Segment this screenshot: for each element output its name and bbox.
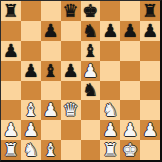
- square-a3[interactable]: [1, 100, 21, 120]
- square-h3[interactable]: [140, 100, 160, 120]
- square-b1[interactable]: ♞: [21, 140, 41, 160]
- square-e4[interactable]: ♞: [81, 81, 101, 101]
- white-knight[interactable]: ♞: [23, 141, 39, 159]
- white-pawn[interactable]: ♟: [142, 121, 158, 139]
- square-c6[interactable]: [41, 41, 61, 61]
- square-a8[interactable]: ♜: [1, 1, 21, 21]
- white-pawn[interactable]: ♟: [23, 121, 39, 139]
- white-pawn[interactable]: ♟: [122, 121, 138, 139]
- square-c1[interactable]: ♝: [41, 140, 61, 160]
- black-knight[interactable]: ♞: [82, 21, 98, 39]
- black-rook[interactable]: ♜: [3, 1, 19, 19]
- white-king[interactable]: ♚: [122, 141, 138, 159]
- square-g5[interactable]: [120, 61, 140, 81]
- square-d8[interactable]: ♛: [61, 1, 81, 21]
- square-g7[interactable]: ♟: [120, 21, 140, 41]
- white-knight[interactable]: ♞: [102, 101, 118, 119]
- square-h1[interactable]: [140, 140, 160, 160]
- white-pawn[interactable]: ♟: [43, 101, 59, 119]
- square-h5[interactable]: [140, 61, 160, 81]
- square-a2[interactable]: ♟: [1, 120, 21, 140]
- black-rook[interactable]: ♜: [142, 1, 158, 19]
- white-bishop[interactable]: ♝: [43, 141, 59, 159]
- square-d7[interactable]: [61, 21, 81, 41]
- black-bishop[interactable]: ♝: [43, 61, 59, 79]
- square-f5[interactable]: [100, 61, 120, 81]
- square-c7[interactable]: ♟: [41, 21, 61, 41]
- square-e8[interactable]: ♚: [81, 1, 101, 21]
- square-e6[interactable]: ♝: [81, 41, 101, 61]
- square-b3[interactable]: ♝: [21, 100, 41, 120]
- square-g3[interactable]: [120, 100, 140, 120]
- white-pawn[interactable]: ♟: [82, 61, 98, 79]
- chess-board: ♜♛♚♜♟♞♟♟♟♟♝♟♝♟♟♞♝♟♛♞♟♟♟♟♟♜♞♝♜♚: [0, 0, 162, 162]
- square-c3[interactable]: ♟: [41, 100, 61, 120]
- square-f2[interactable]: ♟: [100, 120, 120, 140]
- square-d5[interactable]: ♟: [61, 61, 81, 81]
- square-f4[interactable]: [100, 81, 120, 101]
- square-f3[interactable]: ♞: [100, 100, 120, 120]
- square-e1[interactable]: [81, 140, 101, 160]
- square-f1[interactable]: ♜: [100, 140, 120, 160]
- black-bishop[interactable]: ♝: [82, 41, 98, 59]
- white-queen[interactable]: ♛: [62, 101, 78, 119]
- square-f6[interactable]: [100, 41, 120, 61]
- square-a6[interactable]: ♟: [1, 41, 21, 61]
- square-h8[interactable]: ♜: [140, 1, 160, 21]
- square-a1[interactable]: ♜: [1, 140, 21, 160]
- black-pawn[interactable]: ♟: [43, 21, 59, 39]
- square-h4[interactable]: [140, 81, 160, 101]
- white-rook[interactable]: ♜: [3, 141, 19, 159]
- black-pawn[interactable]: ♟: [142, 21, 158, 39]
- square-f8[interactable]: [100, 1, 120, 21]
- square-g4[interactable]: [120, 81, 140, 101]
- square-b7[interactable]: [21, 21, 41, 41]
- square-e5[interactable]: ♟: [81, 61, 101, 81]
- square-c5[interactable]: ♝: [41, 61, 61, 81]
- white-rook[interactable]: ♜: [102, 141, 118, 159]
- white-pawn[interactable]: ♟: [3, 121, 19, 139]
- square-e3[interactable]: [81, 100, 101, 120]
- square-d6[interactable]: [61, 41, 81, 61]
- black-queen[interactable]: ♛: [62, 1, 78, 19]
- black-pawn[interactable]: ♟: [102, 21, 118, 39]
- square-d2[interactable]: [61, 120, 81, 140]
- square-g1[interactable]: ♚: [120, 140, 140, 160]
- square-e7[interactable]: ♞: [81, 21, 101, 41]
- square-d3[interactable]: ♛: [61, 100, 81, 120]
- square-b6[interactable]: [21, 41, 41, 61]
- square-a5[interactable]: [1, 61, 21, 81]
- square-b4[interactable]: [21, 81, 41, 101]
- black-pawn[interactable]: ♟: [3, 41, 19, 59]
- black-king[interactable]: ♚: [82, 1, 98, 19]
- black-pawn[interactable]: ♟: [62, 61, 78, 79]
- black-pawn[interactable]: ♟: [122, 21, 138, 39]
- square-b5[interactable]: ♟: [21, 61, 41, 81]
- square-c2[interactable]: [41, 120, 61, 140]
- square-c4[interactable]: [41, 81, 61, 101]
- black-pawn[interactable]: ♟: [23, 61, 39, 79]
- square-b2[interactable]: ♟: [21, 120, 41, 140]
- square-g8[interactable]: [120, 1, 140, 21]
- square-h2[interactable]: ♟: [140, 120, 160, 140]
- square-e2[interactable]: [81, 120, 101, 140]
- square-f7[interactable]: ♟: [100, 21, 120, 41]
- square-a7[interactable]: [1, 21, 21, 41]
- black-knight[interactable]: ♞: [82, 81, 98, 99]
- square-g2[interactable]: ♟: [120, 120, 140, 140]
- square-h6[interactable]: [140, 41, 160, 61]
- square-h7[interactable]: ♟: [140, 21, 160, 41]
- white-bishop[interactable]: ♝: [23, 101, 39, 119]
- square-g6[interactable]: [120, 41, 140, 61]
- white-pawn[interactable]: ♟: [102, 121, 118, 139]
- square-d4[interactable]: [61, 81, 81, 101]
- square-d1[interactable]: [61, 140, 81, 160]
- square-c8[interactable]: [41, 1, 61, 21]
- square-b8[interactable]: [21, 1, 41, 21]
- square-a4[interactable]: [1, 81, 21, 101]
